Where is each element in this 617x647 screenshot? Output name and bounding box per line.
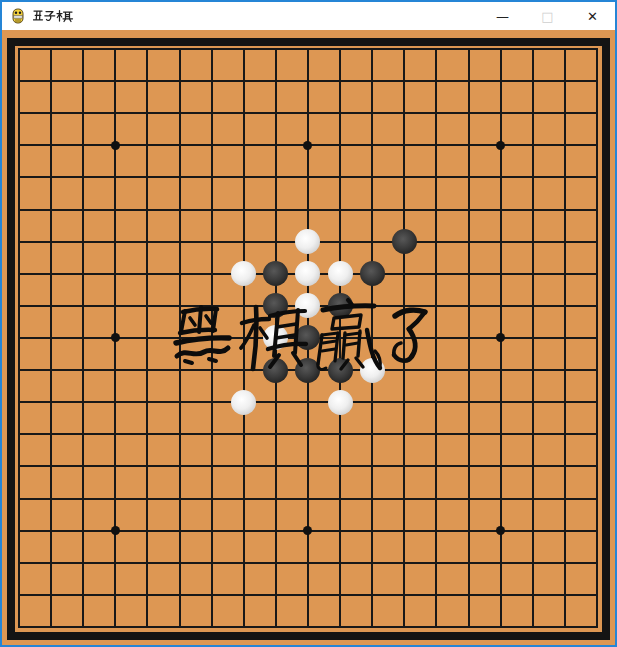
black-stone bbox=[328, 293, 353, 318]
star-point bbox=[496, 526, 505, 535]
grid-line-vertical bbox=[403, 48, 405, 628]
star-point bbox=[303, 141, 312, 150]
black-stone bbox=[295, 325, 320, 350]
white-stone bbox=[231, 261, 256, 286]
white-stone bbox=[295, 261, 320, 286]
app-icon bbox=[10, 8, 26, 24]
window-title-glyphs bbox=[33, 9, 75, 23]
black-stone bbox=[263, 293, 288, 318]
grid-line-horizontal bbox=[18, 498, 598, 500]
grid-line-horizontal bbox=[18, 465, 598, 467]
black-stone bbox=[360, 261, 385, 286]
grid-line-horizontal bbox=[18, 594, 598, 596]
black-stone bbox=[295, 358, 320, 383]
star-point bbox=[111, 526, 120, 535]
app-window: 五子棋 — □ ✕ 黑棋赢了 bbox=[0, 0, 617, 647]
star-point bbox=[111, 141, 120, 150]
close-button[interactable]: ✕ bbox=[570, 2, 615, 30]
white-stone bbox=[295, 229, 320, 254]
star-point bbox=[303, 526, 312, 535]
board[interactable]: 黑棋赢了 bbox=[2, 30, 615, 645]
char-le bbox=[394, 310, 425, 361]
grid-line-horizontal bbox=[18, 626, 598, 628]
grid-line-horizontal bbox=[18, 433, 598, 435]
white-stone bbox=[263, 325, 288, 350]
grid-line-vertical bbox=[468, 48, 470, 628]
star-point bbox=[111, 333, 120, 342]
grid-line-vertical bbox=[435, 48, 437, 628]
black-stone bbox=[328, 358, 353, 383]
white-stone bbox=[360, 358, 385, 383]
grid-line-vertical bbox=[371, 48, 373, 628]
char-hei bbox=[176, 307, 229, 363]
maximize-button: □ bbox=[525, 2, 570, 30]
grid-line-vertical bbox=[339, 48, 341, 628]
grid-line-horizontal bbox=[18, 562, 598, 564]
title-bar: 五子棋 — □ ✕ bbox=[2, 2, 615, 30]
star-point bbox=[496, 141, 505, 150]
grid-line-horizontal bbox=[18, 401, 598, 403]
white-stone bbox=[295, 293, 320, 318]
white-stone bbox=[231, 390, 256, 415]
white-stone bbox=[328, 390, 353, 415]
grid-line-vertical bbox=[596, 48, 598, 628]
grid-line-vertical bbox=[564, 48, 566, 628]
black-stone bbox=[263, 261, 288, 286]
minimize-button[interactable]: — bbox=[480, 2, 525, 30]
star-point bbox=[496, 333, 505, 342]
black-stone bbox=[392, 229, 417, 254]
black-stone bbox=[263, 358, 288, 383]
white-stone bbox=[328, 261, 353, 286]
grid-line-vertical bbox=[532, 48, 534, 628]
